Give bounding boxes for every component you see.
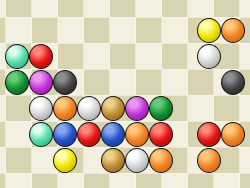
ball-magenta[interactable] bbox=[125, 96, 149, 121]
ball-magenta[interactable] bbox=[29, 70, 53, 95]
ball-teal[interactable] bbox=[5, 44, 29, 69]
ball-red[interactable] bbox=[197, 122, 221, 147]
ball-green[interactable] bbox=[149, 96, 173, 121]
ball-orange[interactable] bbox=[197, 148, 221, 173]
ball-blue[interactable] bbox=[101, 122, 125, 147]
ball-orange[interactable] bbox=[149, 148, 173, 173]
ball-silver[interactable] bbox=[197, 44, 221, 69]
ball-red[interactable] bbox=[77, 122, 101, 147]
ball-teal[interactable] bbox=[29, 122, 53, 147]
ball-silver[interactable] bbox=[125, 148, 149, 173]
ball-black[interactable] bbox=[221, 70, 245, 95]
ball-green[interactable] bbox=[5, 70, 29, 95]
ball-silver[interactable] bbox=[29, 96, 53, 121]
ball-gold[interactable] bbox=[101, 96, 125, 121]
ball-red[interactable] bbox=[29, 44, 53, 69]
game-board bbox=[0, 0, 250, 188]
ball-gold[interactable] bbox=[101, 148, 125, 173]
ball-orange[interactable] bbox=[53, 96, 77, 121]
ball-silver[interactable] bbox=[77, 96, 101, 121]
ball-orange[interactable] bbox=[221, 18, 245, 43]
ball-black[interactable] bbox=[53, 70, 77, 95]
ball-red[interactable] bbox=[149, 122, 173, 147]
ball-blue[interactable] bbox=[53, 122, 77, 147]
ball-orange[interactable] bbox=[125, 122, 149, 147]
ball-yellow[interactable] bbox=[53, 148, 77, 173]
ball-yellow[interactable] bbox=[197, 18, 221, 43]
ball-orange[interactable] bbox=[221, 122, 245, 147]
